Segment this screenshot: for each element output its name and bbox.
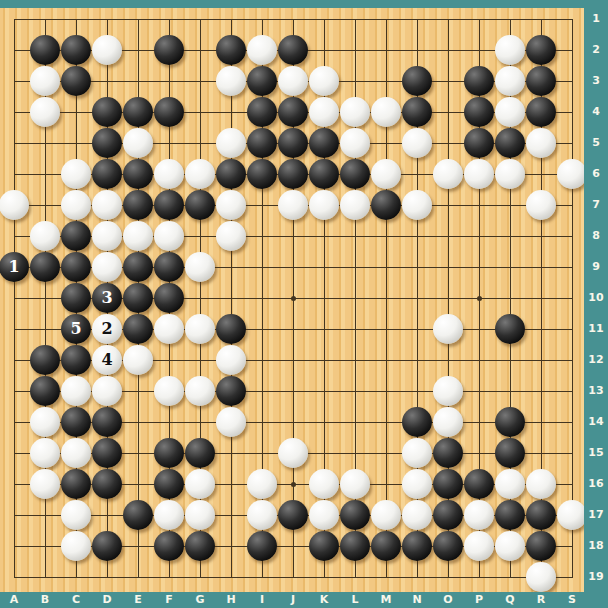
stone-black-A9[interactable]: 1	[0, 252, 29, 282]
stone-white-G11[interactable]	[185, 314, 215, 344]
stone-white-D7[interactable]	[92, 190, 122, 220]
stone-white-D13[interactable]	[92, 376, 122, 406]
stone-black-C16[interactable]	[61, 469, 91, 499]
stone-black-O15[interactable]	[433, 438, 463, 468]
stone-black-H6[interactable]	[216, 159, 246, 189]
col-label-Q: Q	[500, 592, 520, 608]
stone-black-Q11[interactable]	[495, 314, 525, 344]
stone-white-B8[interactable]	[30, 221, 60, 251]
stone-white-Q2[interactable]	[495, 35, 525, 65]
stone-white-C17[interactable]	[61, 500, 91, 530]
row-label-17: 17	[584, 508, 608, 522]
move-number-label: 4	[101, 352, 112, 368]
stone-white-R19[interactable]	[526, 562, 556, 592]
stone-white-R16[interactable]	[526, 469, 556, 499]
stone-black-I3[interactable]	[247, 66, 277, 96]
stone-white-B16[interactable]	[30, 469, 60, 499]
stone-black-J5[interactable]	[278, 128, 308, 158]
stone-white-I16[interactable]	[247, 469, 277, 499]
row-label-16: 16	[584, 477, 608, 491]
stone-white-F13[interactable]	[154, 376, 184, 406]
row-label-1: 1	[584, 12, 608, 26]
top-frame-bar	[0, 0, 608, 8]
stone-white-L7[interactable]	[340, 190, 370, 220]
row-label-3: 3	[584, 74, 608, 88]
stone-black-R4[interactable]	[526, 97, 556, 127]
stone-white-E5[interactable]	[123, 128, 153, 158]
move-number-label: 3	[101, 290, 112, 306]
row-label-19: 19	[584, 570, 608, 584]
stone-black-G18[interactable]	[185, 531, 215, 561]
stone-black-E6[interactable]	[123, 159, 153, 189]
stone-black-B2[interactable]	[30, 35, 60, 65]
col-label-R: R	[531, 592, 551, 608]
stone-black-B9[interactable]	[30, 252, 60, 282]
go-board-app: 13524 12345678910111213141516171819 ABCD…	[0, 0, 608, 608]
stone-white-K4[interactable]	[309, 97, 339, 127]
stone-white-O6[interactable]	[433, 159, 463, 189]
stone-white-G17[interactable]	[185, 500, 215, 530]
stone-white-Q4[interactable]	[495, 97, 525, 127]
stone-black-G7[interactable]	[185, 190, 215, 220]
stone-white-K16[interactable]	[309, 469, 339, 499]
move-number-label: 5	[70, 321, 81, 337]
stone-white-K17[interactable]	[309, 500, 339, 530]
stone-white-D8[interactable]	[92, 221, 122, 251]
stone-white-S6[interactable]	[557, 159, 587, 189]
stone-black-P16[interactable]	[464, 469, 494, 499]
stone-black-M18[interactable]	[371, 531, 401, 561]
stone-black-D18[interactable]	[92, 531, 122, 561]
row-label-6: 6	[584, 167, 608, 181]
stone-white-C6[interactable]	[61, 159, 91, 189]
row-label-4: 4	[584, 105, 608, 119]
stone-black-L6[interactable]	[340, 159, 370, 189]
stone-white-H5[interactable]	[216, 128, 246, 158]
stone-white-N7[interactable]	[402, 190, 432, 220]
stone-black-J17[interactable]	[278, 500, 308, 530]
stone-black-K6[interactable]	[309, 159, 339, 189]
stone-black-F9[interactable]	[154, 252, 184, 282]
stone-white-H14[interactable]	[216, 407, 246, 437]
col-label-H: H	[221, 592, 241, 608]
stone-white-R5[interactable]	[526, 128, 556, 158]
stone-black-H13[interactable]	[216, 376, 246, 406]
row-coordinate-strip: 12345678910111213141516171819	[584, 8, 608, 608]
stone-black-D16[interactable]	[92, 469, 122, 499]
stone-white-D9[interactable]	[92, 252, 122, 282]
stone-white-H3[interactable]	[216, 66, 246, 96]
stone-black-D14[interactable]	[92, 407, 122, 437]
stone-white-Q3[interactable]	[495, 66, 525, 96]
stone-black-L18[interactable]	[340, 531, 370, 561]
stone-white-L5[interactable]	[340, 128, 370, 158]
stone-black-R3[interactable]	[526, 66, 556, 96]
stone-black-J2[interactable]	[278, 35, 308, 65]
row-label-12: 12	[584, 353, 608, 367]
stone-black-E17[interactable]	[123, 500, 153, 530]
star-point	[477, 296, 482, 301]
stone-white-N15[interactable]	[402, 438, 432, 468]
stone-black-P4[interactable]	[464, 97, 494, 127]
row-label-18: 18	[584, 539, 608, 553]
row-label-2: 2	[584, 43, 608, 57]
stone-black-C11[interactable]: 5	[61, 314, 91, 344]
stone-black-H2[interactable]	[216, 35, 246, 65]
stone-white-D11[interactable]: 2	[92, 314, 122, 344]
stone-white-L16[interactable]	[340, 469, 370, 499]
stone-black-P5[interactable]	[464, 128, 494, 158]
stone-white-O11[interactable]	[433, 314, 463, 344]
stone-black-N4[interactable]	[402, 97, 432, 127]
stone-white-J15[interactable]	[278, 438, 308, 468]
move-number-label: 1	[8, 259, 19, 275]
stone-black-J4[interactable]	[278, 97, 308, 127]
stone-black-D4[interactable]	[92, 97, 122, 127]
move-number-label: 2	[101, 321, 112, 337]
stone-black-E7[interactable]	[123, 190, 153, 220]
stone-white-G9[interactable]	[185, 252, 215, 282]
stone-black-E4[interactable]	[123, 97, 153, 127]
row-label-8: 8	[584, 229, 608, 243]
col-label-G: G	[190, 592, 210, 608]
stone-white-C15[interactable]	[61, 438, 91, 468]
stone-white-D12[interactable]: 4	[92, 345, 122, 375]
stone-black-D15[interactable]	[92, 438, 122, 468]
stone-white-D2[interactable]	[92, 35, 122, 65]
star-point	[291, 482, 296, 487]
stone-black-N18[interactable]	[402, 531, 432, 561]
stone-white-K3[interactable]	[309, 66, 339, 96]
stone-white-C7[interactable]	[61, 190, 91, 220]
stone-white-Q16[interactable]	[495, 469, 525, 499]
col-label-L: L	[345, 592, 365, 608]
col-label-P: P	[469, 592, 489, 608]
stone-white-B15[interactable]	[30, 438, 60, 468]
stone-white-N5[interactable]	[402, 128, 432, 158]
stone-black-F7[interactable]	[154, 190, 184, 220]
stone-white-L4[interactable]	[340, 97, 370, 127]
stone-white-C18[interactable]	[61, 531, 91, 561]
stone-black-G15[interactable]	[185, 438, 215, 468]
col-label-N: N	[407, 592, 427, 608]
stone-black-F10[interactable]	[154, 283, 184, 313]
stone-black-N14[interactable]	[402, 407, 432, 437]
row-label-10: 10	[584, 291, 608, 305]
stone-black-Q15[interactable]	[495, 438, 525, 468]
stone-white-B4[interactable]	[30, 97, 60, 127]
row-label-14: 14	[584, 415, 608, 429]
stone-white-H8[interactable]	[216, 221, 246, 251]
stone-white-H12[interactable]	[216, 345, 246, 375]
stone-black-C3[interactable]	[61, 66, 91, 96]
stone-black-D6[interactable]	[92, 159, 122, 189]
stone-black-H11[interactable]	[216, 314, 246, 344]
stone-black-D5[interactable]	[92, 128, 122, 158]
col-label-O: O	[438, 592, 458, 608]
col-label-J: J	[283, 592, 303, 608]
stone-white-S17[interactable]	[557, 500, 587, 530]
stone-black-B12[interactable]	[30, 345, 60, 375]
col-label-K: K	[314, 592, 334, 608]
stone-white-M6[interactable]	[371, 159, 401, 189]
row-label-13: 13	[584, 384, 608, 398]
stone-white-F6[interactable]	[154, 159, 184, 189]
col-label-I: I	[252, 592, 272, 608]
row-label-15: 15	[584, 446, 608, 460]
stone-black-I6[interactable]	[247, 159, 277, 189]
stone-black-C12[interactable]	[61, 345, 91, 375]
col-label-C: C	[66, 592, 86, 608]
stone-white-G16[interactable]	[185, 469, 215, 499]
stone-black-C9[interactable]	[61, 252, 91, 282]
stone-white-P18[interactable]	[464, 531, 494, 561]
stone-black-F15[interactable]	[154, 438, 184, 468]
stone-black-M7[interactable]	[371, 190, 401, 220]
stone-white-N16[interactable]	[402, 469, 432, 499]
stone-white-O14[interactable]	[433, 407, 463, 437]
stone-black-F16[interactable]	[154, 469, 184, 499]
stone-black-K18[interactable]	[309, 531, 339, 561]
stone-black-K5[interactable]	[309, 128, 339, 158]
stone-black-Q17[interactable]	[495, 500, 525, 530]
stone-black-J6[interactable]	[278, 159, 308, 189]
stone-black-L17[interactable]	[340, 500, 370, 530]
stone-white-Q18[interactable]	[495, 531, 525, 561]
stone-white-H7[interactable]	[216, 190, 246, 220]
stone-white-F11[interactable]	[154, 314, 184, 344]
stone-white-G6[interactable]	[185, 159, 215, 189]
stone-black-I5[interactable]	[247, 128, 277, 158]
stone-white-P6[interactable]	[464, 159, 494, 189]
stone-white-E8[interactable]	[123, 221, 153, 251]
stone-black-O16[interactable]	[433, 469, 463, 499]
stone-black-O18[interactable]	[433, 531, 463, 561]
stone-black-F18[interactable]	[154, 531, 184, 561]
stone-white-G13[interactable]	[185, 376, 215, 406]
stone-black-E10[interactable]	[123, 283, 153, 313]
stone-black-N3[interactable]	[402, 66, 432, 96]
stone-white-C13[interactable]	[61, 376, 91, 406]
col-label-F: F	[159, 592, 179, 608]
col-label-B: B	[35, 592, 55, 608]
stone-white-Q6[interactable]	[495, 159, 525, 189]
stone-black-F4[interactable]	[154, 97, 184, 127]
stone-black-C8[interactable]	[61, 221, 91, 251]
col-label-S: S	[562, 592, 582, 608]
row-label-11: 11	[584, 322, 608, 336]
stone-white-O13[interactable]	[433, 376, 463, 406]
stone-white-R7[interactable]	[526, 190, 556, 220]
row-label-5: 5	[584, 136, 608, 150]
row-label-7: 7	[584, 198, 608, 212]
stone-white-E12[interactable]	[123, 345, 153, 375]
stone-black-B13[interactable]	[30, 376, 60, 406]
goban[interactable]: 13524	[0, 8, 584, 592]
stone-black-F2[interactable]	[154, 35, 184, 65]
stone-white-B3[interactable]	[30, 66, 60, 96]
stone-black-R2[interactable]	[526, 35, 556, 65]
stone-white-I17[interactable]	[247, 500, 277, 530]
stone-black-P3[interactable]	[464, 66, 494, 96]
stone-black-C14[interactable]	[61, 407, 91, 437]
stone-black-I18[interactable]	[247, 531, 277, 561]
column-coordinate-strip: ABCDEFGHIJKLMNOPQRS	[0, 592, 584, 608]
stone-black-Q5[interactable]	[495, 128, 525, 158]
col-label-E: E	[128, 592, 148, 608]
col-label-D: D	[97, 592, 117, 608]
stone-white-P17[interactable]	[464, 500, 494, 530]
stone-white-I2[interactable]	[247, 35, 277, 65]
stone-white-F17[interactable]	[154, 500, 184, 530]
stone-white-A7[interactable]	[0, 190, 29, 220]
stone-white-B14[interactable]	[30, 407, 60, 437]
stone-white-K7[interactable]	[309, 190, 339, 220]
stone-white-M17[interactable]	[371, 500, 401, 530]
stone-black-C2[interactable]	[61, 35, 91, 65]
stone-white-M4[interactable]	[371, 97, 401, 127]
stone-black-C10[interactable]	[61, 283, 91, 313]
stone-white-N17[interactable]	[402, 500, 432, 530]
col-label-A: A	[4, 592, 24, 608]
stone-black-D10[interactable]: 3	[92, 283, 122, 313]
stone-black-O17[interactable]	[433, 500, 463, 530]
stone-white-J3[interactable]	[278, 66, 308, 96]
stone-black-Q14[interactable]	[495, 407, 525, 437]
stone-black-R17[interactable]	[526, 500, 556, 530]
stone-white-F8[interactable]	[154, 221, 184, 251]
stone-white-J7[interactable]	[278, 190, 308, 220]
star-point	[291, 296, 296, 301]
row-label-9: 9	[584, 260, 608, 274]
stone-black-E9[interactable]	[123, 252, 153, 282]
stone-black-E11[interactable]	[123, 314, 153, 344]
col-label-M: M	[376, 592, 396, 608]
stone-black-I4[interactable]	[247, 97, 277, 127]
stone-black-R18[interactable]	[526, 531, 556, 561]
